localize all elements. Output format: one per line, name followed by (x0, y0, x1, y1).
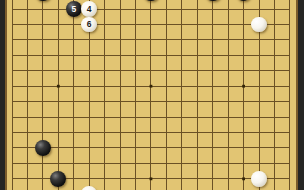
stone-black[interactable] (236, 0, 252, 1)
stone-white-move-4[interactable]: 4 (81, 1, 97, 17)
move-number-label: 6 (87, 20, 92, 29)
move-number-label: 5 (71, 5, 76, 14)
stone-black[interactable] (35, 0, 51, 1)
stone-white[interactable] (251, 171, 267, 187)
stone-white-move-6[interactable]: 6 (81, 17, 97, 33)
stone-black-move-5[interactable]: 5 (66, 1, 82, 17)
stone-black[interactable] (50, 171, 66, 187)
stone-white[interactable] (251, 17, 267, 33)
stone-white[interactable] (81, 186, 97, 190)
stone-black[interactable] (143, 0, 159, 1)
video-frame: 546 (0, 0, 304, 190)
move-number-label: 4 (87, 5, 92, 14)
stone-black[interactable] (35, 140, 51, 156)
stones-layer: 546 (4, 0, 297, 190)
stone-black[interactable] (205, 0, 221, 1)
